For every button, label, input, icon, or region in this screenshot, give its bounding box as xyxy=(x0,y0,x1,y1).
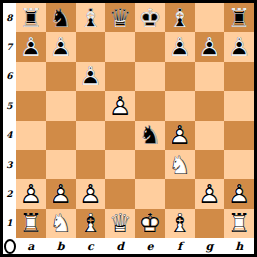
square-f4[interactable]: ♟♙ xyxy=(165,121,195,150)
square-f7[interactable]: ♟♙ xyxy=(165,32,195,61)
square-a2[interactable]: ♟♙ xyxy=(16,179,46,208)
square-d2[interactable] xyxy=(105,179,135,208)
piece-outline-glyph: ♙ xyxy=(105,91,135,120)
rank-label-7: 7 xyxy=(3,32,16,61)
square-g3[interactable] xyxy=(195,150,225,179)
square-e2[interactable] xyxy=(135,179,165,208)
piece-outline-glyph: ♙ xyxy=(165,121,195,150)
square-c6[interactable]: ♟♙ xyxy=(76,62,106,91)
square-e4[interactable]: ♞♘ xyxy=(135,121,165,150)
rank-label-4: 4 xyxy=(3,121,16,150)
rank-label-8: 8 xyxy=(3,3,16,32)
square-a4[interactable] xyxy=(16,121,46,150)
piece-outline-glyph: ♕ xyxy=(105,3,135,32)
square-a6[interactable] xyxy=(16,62,46,91)
square-b8[interactable]: ♞♘ xyxy=(46,3,76,32)
square-d3[interactable] xyxy=(105,150,135,179)
piece-outline-glyph: ♕ xyxy=(105,209,135,238)
file-label-h: h xyxy=(224,238,254,254)
piece-outline-glyph: ♔ xyxy=(135,3,165,32)
square-h4[interactable] xyxy=(224,121,254,150)
square-h2[interactable]: ♟♙ xyxy=(224,179,254,208)
black-rook-icon[interactable]: ♜♖ xyxy=(224,3,254,32)
square-f1[interactable]: ♝♗ xyxy=(165,209,195,238)
rank-label-2: 2 xyxy=(3,179,16,208)
square-h5[interactable] xyxy=(224,91,254,120)
piece-outline-glyph: ♘ xyxy=(135,121,165,150)
white-bishop-icon[interactable]: ♝♗ xyxy=(165,209,195,238)
square-g2[interactable]: ♟♙ xyxy=(195,179,225,208)
file-label-g: g xyxy=(195,238,225,254)
square-h7[interactable]: ♟♙ xyxy=(224,32,254,61)
piece-outline-glyph: ♙ xyxy=(16,179,46,208)
square-c5[interactable] xyxy=(76,91,106,120)
white-queen-icon[interactable]: ♛♕ xyxy=(105,209,135,238)
file-label-d: d xyxy=(105,238,135,254)
rank-label-3: 3 xyxy=(3,150,16,179)
piece-outline-glyph: ♘ xyxy=(46,209,76,238)
square-e7[interactable] xyxy=(135,32,165,61)
piece-outline-glyph: ♙ xyxy=(46,179,76,208)
chess-diagram-inner: 87654321 ♜♖♞♘♝♗♛♕♚♔♝♗♜♖♟♙♟♙♟♙♟♙♟♙♟♙♟♙♞♘♟… xyxy=(3,3,254,254)
square-f5[interactable] xyxy=(165,91,195,120)
square-a3[interactable] xyxy=(16,150,46,179)
rank-label-6: 6 xyxy=(3,62,16,91)
piece-outline-glyph: ♘ xyxy=(46,3,76,32)
square-a7[interactable]: ♟♙ xyxy=(16,32,46,61)
white-bishop-icon[interactable]: ♝♗ xyxy=(76,209,106,238)
white-rook-icon[interactable]: ♜♖ xyxy=(16,209,46,238)
square-d5[interactable]: ♟♙ xyxy=(105,91,135,120)
piece-outline-glyph: ♙ xyxy=(195,32,225,61)
square-f8[interactable]: ♝♗ xyxy=(165,3,195,32)
square-e1[interactable]: ♚♔ xyxy=(135,209,165,238)
piece-outline-glyph: ♙ xyxy=(224,179,254,208)
white-rook-icon[interactable]: ♜♖ xyxy=(224,209,254,238)
piece-outline-glyph: ♗ xyxy=(76,3,106,32)
square-g7[interactable]: ♟♙ xyxy=(195,32,225,61)
rank-label-1: 1 xyxy=(3,209,16,238)
square-g4[interactable] xyxy=(195,121,225,150)
file-labels: abcdefgh xyxy=(16,238,254,254)
square-d8[interactable]: ♛♕ xyxy=(105,3,135,32)
square-b6[interactable] xyxy=(46,62,76,91)
black-pawn-icon[interactable]: ♟♙ xyxy=(76,62,106,91)
piece-outline-glyph: ♗ xyxy=(76,209,106,238)
square-a8[interactable]: ♜♖ xyxy=(16,3,46,32)
black-pawn-icon[interactable]: ♟♙ xyxy=(224,32,254,61)
square-f6[interactable] xyxy=(165,62,195,91)
side-to-move-indicator xyxy=(4,239,16,254)
square-h8[interactable]: ♜♖ xyxy=(224,3,254,32)
black-bishop-icon[interactable]: ♝♗ xyxy=(76,3,106,32)
black-bishop-icon[interactable]: ♝♗ xyxy=(165,3,195,32)
black-king-icon[interactable]: ♚♔ xyxy=(135,3,165,32)
piece-outline-glyph: ♙ xyxy=(165,32,195,61)
white-king-icon[interactable]: ♚♔ xyxy=(135,209,165,238)
side-to-move-corner xyxy=(3,238,16,254)
square-b5[interactable] xyxy=(46,91,76,120)
black-rook-icon[interactable]: ♜♖ xyxy=(16,3,46,32)
square-a5[interactable] xyxy=(16,91,46,120)
rank-labels: 87654321 xyxy=(3,3,16,238)
square-c3[interactable] xyxy=(76,150,106,179)
square-b4[interactable] xyxy=(46,121,76,150)
square-e3[interactable] xyxy=(135,150,165,179)
file-label-f: f xyxy=(165,238,195,254)
square-d4[interactable] xyxy=(105,121,135,150)
piece-outline-glyph: ♙ xyxy=(195,179,225,208)
square-h1[interactable]: ♜♖ xyxy=(224,209,254,238)
white-pawn-icon[interactable]: ♟♙ xyxy=(165,121,195,150)
piece-outline-glyph: ♘ xyxy=(165,150,195,179)
square-h6[interactable] xyxy=(224,62,254,91)
square-e5[interactable] xyxy=(135,91,165,120)
square-a1[interactable]: ♜♖ xyxy=(16,209,46,238)
file-label-c: c xyxy=(76,238,106,254)
black-queen-icon[interactable]: ♛♕ xyxy=(105,3,135,32)
white-pawn-icon[interactable]: ♟♙ xyxy=(224,179,254,208)
piece-outline-glyph: ♙ xyxy=(224,32,254,61)
square-b2[interactable]: ♟♙ xyxy=(46,179,76,208)
piece-outline-glyph: ♖ xyxy=(16,209,46,238)
piece-outline-glyph: ♖ xyxy=(224,3,254,32)
square-e6[interactable] xyxy=(135,62,165,91)
chess-diagram-frame: 87654321 ♜♖♞♘♝♗♛♕♚♔♝♗♜♖♟♙♟♙♟♙♟♙♟♙♟♙♟♙♞♘♟… xyxy=(0,0,257,257)
piece-outline-glyph: ♙ xyxy=(46,32,76,61)
piece-outline-glyph: ♗ xyxy=(165,209,195,238)
square-c7[interactable] xyxy=(76,32,106,61)
piece-outline-glyph: ♙ xyxy=(76,62,106,91)
square-c4[interactable] xyxy=(76,121,106,150)
white-pawn-icon[interactable]: ♟♙ xyxy=(46,179,76,208)
piece-outline-glyph: ♖ xyxy=(16,3,46,32)
white-pawn-icon[interactable]: ♟♙ xyxy=(76,179,106,208)
square-d7[interactable] xyxy=(105,32,135,61)
piece-outline-glyph: ♗ xyxy=(165,3,195,32)
white-pawn-icon[interactable]: ♟♙ xyxy=(195,179,225,208)
square-b7[interactable]: ♟♙ xyxy=(46,32,76,61)
white-knight-icon[interactable]: ♞♘ xyxy=(46,209,76,238)
square-g8[interactable] xyxy=(195,3,225,32)
piece-outline-glyph: ♙ xyxy=(76,179,106,208)
file-label-b: b xyxy=(46,238,76,254)
black-pawn-icon[interactable]: ♟♙ xyxy=(195,32,225,61)
square-c1[interactable]: ♝♗ xyxy=(76,209,106,238)
square-g6[interactable] xyxy=(195,62,225,91)
white-pawn-icon[interactable]: ♟♙ xyxy=(105,91,135,120)
file-label-e: e xyxy=(135,238,165,254)
black-knight-icon[interactable]: ♞♘ xyxy=(46,3,76,32)
file-label-a: a xyxy=(16,238,46,254)
piece-outline-glyph: ♙ xyxy=(16,32,46,61)
black-knight-icon[interactable]: ♞♘ xyxy=(135,121,165,150)
square-c2[interactable]: ♟♙ xyxy=(76,179,106,208)
square-d1[interactable]: ♛♕ xyxy=(105,209,135,238)
black-pawn-icon[interactable]: ♟♙ xyxy=(46,32,76,61)
white-knight-icon[interactable]: ♞♘ xyxy=(165,150,195,179)
square-g5[interactable] xyxy=(195,91,225,120)
rank-label-5: 5 xyxy=(3,91,16,120)
square-h3[interactable] xyxy=(224,150,254,179)
square-f3[interactable]: ♞♘ xyxy=(165,150,195,179)
white-pawn-icon[interactable]: ♟♙ xyxy=(16,179,46,208)
chess-board: ♜♖♞♘♝♗♛♕♚♔♝♗♜♖♟♙♟♙♟♙♟♙♟♙♟♙♟♙♞♘♟♙♞♘♟♙♟♙♟♙… xyxy=(16,3,254,238)
black-pawn-icon[interactable]: ♟♙ xyxy=(16,32,46,61)
square-d6[interactable] xyxy=(105,62,135,91)
square-g1[interactable] xyxy=(195,209,225,238)
piece-outline-glyph: ♖ xyxy=(224,209,254,238)
piece-outline-glyph: ♔ xyxy=(135,209,165,238)
square-b1[interactable]: ♞♘ xyxy=(46,209,76,238)
square-b3[interactable] xyxy=(46,150,76,179)
square-f2[interactable] xyxy=(165,179,195,208)
square-c8[interactable]: ♝♗ xyxy=(76,3,106,32)
square-e8[interactable]: ♚♔ xyxy=(135,3,165,32)
black-pawn-icon[interactable]: ♟♙ xyxy=(165,32,195,61)
